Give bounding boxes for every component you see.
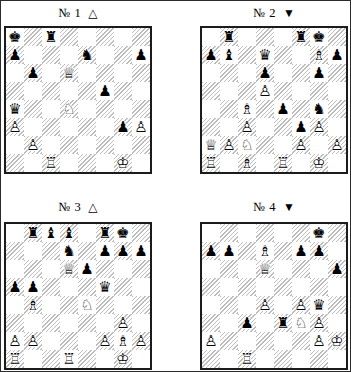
square-h1 xyxy=(328,154,346,172)
piece-outline: ♙ xyxy=(312,332,325,350)
square-g1: ♚♔ xyxy=(114,350,132,368)
square-g6 xyxy=(114,64,132,82)
square-g3: ♟♙ xyxy=(310,314,328,332)
piece-outline: ♖ xyxy=(44,154,57,172)
piece-outline: ♙ xyxy=(116,314,129,332)
square-b6: ♟ xyxy=(24,64,42,82)
square-b4 xyxy=(220,296,238,314)
square-d6: ♟ xyxy=(256,64,274,82)
square-f6 xyxy=(96,64,114,82)
square-g5 xyxy=(310,82,328,100)
black-pawn: ♟ xyxy=(6,46,24,64)
white-pawn: ♟♙ xyxy=(256,82,274,100)
black-knight: ♞ xyxy=(78,46,96,64)
piece-outline: ♘ xyxy=(294,314,307,332)
square-g3: ♟ xyxy=(114,118,132,136)
piece-outline: ♔ xyxy=(330,332,343,350)
square-c4 xyxy=(42,296,60,314)
white-pawn: ♟♙ xyxy=(310,314,328,332)
square-a3 xyxy=(202,314,220,332)
piece-outline: ♙ xyxy=(8,332,21,350)
square-f1 xyxy=(292,350,310,368)
square-g4: ♛ xyxy=(310,296,328,314)
white-bishop: ♝♗ xyxy=(238,154,256,172)
square-h6 xyxy=(132,64,150,82)
square-f5: ♟ xyxy=(96,82,114,100)
square-e7 xyxy=(274,242,292,260)
puzzle-4-label: № 4 xyxy=(253,200,276,214)
white-queen: ♛♕ xyxy=(60,64,78,82)
black-rook: ♜ xyxy=(274,314,292,332)
square-a7 xyxy=(6,242,24,260)
square-h2: ♟♙ xyxy=(328,136,346,154)
square-a6 xyxy=(202,64,220,82)
white-king: ♚♔ xyxy=(310,154,328,172)
square-d2 xyxy=(60,332,78,350)
square-a7: ♟ xyxy=(6,46,24,64)
square-e2 xyxy=(78,136,96,154)
black-queen: ♛ xyxy=(256,46,274,64)
square-d8 xyxy=(256,224,274,242)
square-c6 xyxy=(238,64,256,82)
puzzle-row-top: № 1△ ♚♜♟♞♟♟♛♕♟♛♞♘♟♙♟♟♙♟♙♜♖♚♔ № 2▼ ♜♜♚♟♝♛… xyxy=(1,1,350,174)
piece-outline: ♙ xyxy=(26,136,39,154)
square-f4 xyxy=(292,100,310,118)
square-b5 xyxy=(220,82,238,100)
square-e7 xyxy=(78,242,96,260)
square-a8 xyxy=(202,224,220,242)
puzzle-1-label: № 1 xyxy=(58,6,81,20)
square-d2 xyxy=(60,136,78,154)
square-h5 xyxy=(132,82,150,100)
square-d5 xyxy=(256,278,274,296)
square-b3 xyxy=(220,118,238,136)
square-f2 xyxy=(96,136,114,154)
white-pawn: ♟♙ xyxy=(292,296,310,314)
piece-outline: ♖ xyxy=(204,154,217,172)
square-c1: ♜♖ xyxy=(42,154,60,172)
piece-outline: ♙ xyxy=(258,82,271,100)
black-pawn: ♟ xyxy=(202,242,220,260)
black-pawn: ♟ xyxy=(256,64,274,82)
square-b3 xyxy=(24,118,42,136)
white-rook: ♜♖ xyxy=(6,350,24,368)
piece-outline: ♕ xyxy=(62,260,75,278)
square-c4: ♝♗ xyxy=(238,100,256,118)
square-d4 xyxy=(60,296,78,314)
square-e3: ♜ xyxy=(274,314,292,332)
square-f3: ♟ xyxy=(292,118,310,136)
square-e4: ♞♘ xyxy=(78,296,96,314)
square-h5 xyxy=(132,278,150,296)
square-e7: ♞ xyxy=(78,46,96,64)
white-rook: ♜♖ xyxy=(238,350,256,368)
square-h8 xyxy=(132,224,150,242)
square-f2: ♟♙ xyxy=(292,136,310,154)
square-f1 xyxy=(292,154,310,172)
black-pawn: ♟ xyxy=(328,46,346,64)
square-h1 xyxy=(328,350,346,368)
black-pawn: ♟ xyxy=(78,260,96,278)
square-c7 xyxy=(42,242,60,260)
white-pawn: ♟♙ xyxy=(114,314,132,332)
black-knight: ♞ xyxy=(60,242,78,260)
black-rook: ♜ xyxy=(42,28,60,46)
square-a4 xyxy=(202,100,220,118)
square-d8 xyxy=(60,28,78,46)
piece-outline: ♙ xyxy=(8,118,21,136)
puzzle-4: № 4▼ ♚♟♟♝♗♟♟♛♕♟♟♙♟♙♛♟♜♞♘♟♙♟♙♟♙♚♔♜♖ xyxy=(200,174,348,370)
puzzle-sheet: № 1△ ♚♜♟♞♟♟♛♕♟♛♞♘♟♙♟♟♙♟♙♜♖♚♔ № 2▼ ♜♜♚♟♝♛… xyxy=(0,0,351,372)
square-a8 xyxy=(6,224,24,242)
white-bishop: ♝♗ xyxy=(238,100,256,118)
square-b5: ♟ xyxy=(24,278,42,296)
square-g7: ♝♗ xyxy=(310,46,328,64)
piece-outline: ♘ xyxy=(62,100,75,118)
square-e6 xyxy=(78,64,96,82)
square-d4: ♟♙ xyxy=(256,296,274,314)
square-h8 xyxy=(328,28,346,46)
square-h6 xyxy=(328,64,346,82)
square-b7 xyxy=(24,46,42,64)
puzzle-2: № 2▼ ♜♜♚♟♝♛♝♗♟♟♟♟♙♝♗♟♞♟♙♟♟♙♛♕♟♙♞♘♟♙♟♙♜♖♝… xyxy=(200,1,348,174)
square-e1 xyxy=(274,350,292,368)
square-d3 xyxy=(60,118,78,136)
square-g6 xyxy=(114,260,132,278)
square-c4 xyxy=(238,296,256,314)
square-d4: ♞♘ xyxy=(60,100,78,118)
square-a3: ♟♙ xyxy=(6,118,24,136)
white-pawn: ♟♙ xyxy=(202,332,220,350)
square-b2: ♟♙ xyxy=(24,136,42,154)
black-pawn: ♟ xyxy=(96,82,114,100)
square-a6 xyxy=(202,260,220,278)
black-pawn: ♟ xyxy=(24,278,42,296)
chess-board-4: ♚♟♟♝♗♟♟♛♕♟♟♙♟♙♛♟♜♞♘♟♙♟♙♟♙♚♔♜♖ xyxy=(200,222,348,370)
square-f8 xyxy=(292,224,310,242)
square-f2 xyxy=(292,332,310,350)
black-queen: ♛ xyxy=(96,278,114,296)
black-pawn: ♟ xyxy=(114,242,132,260)
square-b8 xyxy=(220,224,238,242)
square-f5 xyxy=(292,278,310,296)
white-bishop: ♝♗ xyxy=(310,46,328,64)
square-c8: ♜ xyxy=(42,28,60,46)
square-g3: ♟♙ xyxy=(310,118,328,136)
square-c2 xyxy=(42,332,60,350)
white-pawn: ♟♙ xyxy=(132,332,150,350)
square-h5 xyxy=(328,82,346,100)
square-h2 xyxy=(132,136,150,154)
piece-outline: ♙ xyxy=(26,332,39,350)
white-pawn: ♟♙ xyxy=(310,332,328,350)
square-b4 xyxy=(220,100,238,118)
square-g1 xyxy=(310,350,328,368)
square-e3 xyxy=(78,118,96,136)
square-f8: ♜ xyxy=(292,28,310,46)
square-a2: ♟♙ xyxy=(6,332,24,350)
square-c3 xyxy=(42,314,60,332)
white-king: ♚♔ xyxy=(114,350,132,368)
square-a3 xyxy=(202,118,220,136)
square-e8 xyxy=(78,28,96,46)
piece-outline: ♙ xyxy=(312,314,325,332)
square-d1 xyxy=(256,350,274,368)
white-pawn: ♟♙ xyxy=(6,332,24,350)
square-f1 xyxy=(96,350,114,368)
black-pawn: ♟ xyxy=(310,242,328,260)
black-king: ♚ xyxy=(6,28,24,46)
square-g3: ♟♙ xyxy=(114,314,132,332)
square-f6 xyxy=(292,64,310,82)
black-pawn: ♟ xyxy=(328,260,346,278)
white-rook: ♜♖ xyxy=(60,350,78,368)
square-h3 xyxy=(328,118,346,136)
square-d5: ♟♙ xyxy=(256,82,274,100)
square-c6 xyxy=(42,64,60,82)
square-d3 xyxy=(60,314,78,332)
square-c5 xyxy=(42,82,60,100)
square-h4 xyxy=(328,100,346,118)
square-h7: ♟ xyxy=(132,242,150,260)
square-b7: ♝ xyxy=(220,46,238,64)
square-e1 xyxy=(78,350,96,368)
piece-outline: ♙ xyxy=(294,136,307,154)
piece-outline: ♗ xyxy=(258,242,271,260)
square-e7 xyxy=(274,46,292,64)
puzzle-3-header: № 3△ xyxy=(58,200,97,215)
black-knight: ♞ xyxy=(310,100,328,118)
white-queen: ♛♕ xyxy=(60,260,78,278)
square-c2 xyxy=(42,136,60,154)
white-rook: ♜♖ xyxy=(42,154,60,172)
square-a7: ♟ xyxy=(202,46,220,64)
square-b3 xyxy=(220,314,238,332)
square-f5: ♛ xyxy=(96,278,114,296)
chess-board-1: ♚♜♟♞♟♟♛♕♟♛♞♘♟♙♟♟♙♟♙♜♖♚♔ xyxy=(4,26,152,174)
square-b5 xyxy=(24,82,42,100)
square-g6: ♟ xyxy=(310,64,328,82)
puzzle-1-header: № 1△ xyxy=(58,6,97,21)
square-b8 xyxy=(24,28,42,46)
square-c8 xyxy=(238,28,256,46)
square-g5 xyxy=(114,82,132,100)
square-d7: ♝♗ xyxy=(256,242,274,260)
black-pawn: ♟ xyxy=(238,314,256,332)
square-g4: ♞ xyxy=(310,100,328,118)
square-e2 xyxy=(78,332,96,350)
square-d7 xyxy=(60,46,78,64)
square-a5: ♟ xyxy=(6,278,24,296)
square-c1: ♜♖ xyxy=(238,350,256,368)
puzzle-2-header: № 2▼ xyxy=(253,6,295,21)
square-e4 xyxy=(274,296,292,314)
square-a7: ♟ xyxy=(202,242,220,260)
square-e1 xyxy=(78,154,96,172)
square-c7 xyxy=(42,46,60,64)
piece-outline: ♙ xyxy=(294,296,307,314)
square-c8 xyxy=(238,224,256,242)
puzzle-1: № 1△ ♚♜♟♞♟♟♛♕♟♛♞♘♟♙♟♟♙♟♙♜♖♚♔ xyxy=(4,1,152,174)
piece-outline: ♙ xyxy=(134,118,147,136)
black-king: ♚ xyxy=(114,224,132,242)
black-pawn: ♟ xyxy=(96,242,114,260)
square-g5 xyxy=(310,278,328,296)
square-d6: ♛♕ xyxy=(60,64,78,82)
square-e2 xyxy=(274,332,292,350)
square-h4 xyxy=(132,296,150,314)
white-rook: ♜♖ xyxy=(274,154,292,172)
square-g4 xyxy=(114,296,132,314)
square-b2 xyxy=(220,332,238,350)
piece-outline: ♙ xyxy=(134,332,147,350)
piece-outline: ♖ xyxy=(8,350,21,368)
square-h1 xyxy=(132,154,150,172)
square-d1: ♜♖ xyxy=(60,350,78,368)
square-f6 xyxy=(292,260,310,278)
white-king: ♚♔ xyxy=(114,154,132,172)
white-bishop: ♝♗ xyxy=(24,296,42,314)
square-a5 xyxy=(202,278,220,296)
white-pawn: ♟♙ xyxy=(96,332,114,350)
piece-outline: ♘ xyxy=(240,136,253,154)
square-b1 xyxy=(24,154,42,172)
square-g7: ♟ xyxy=(114,242,132,260)
square-c8: ♝ xyxy=(42,224,60,242)
square-d3 xyxy=(256,118,274,136)
square-h3 xyxy=(328,314,346,332)
black-pawn: ♟ xyxy=(24,64,42,82)
square-h7: ♟ xyxy=(328,46,346,64)
square-f1 xyxy=(96,154,114,172)
piece-outline: ♕ xyxy=(62,64,75,82)
square-b4: ♝♗ xyxy=(24,296,42,314)
piece-outline: ♖ xyxy=(240,350,253,368)
square-b2: ♟♙ xyxy=(220,136,238,154)
black-pawn: ♟ xyxy=(310,64,328,82)
piece-outline: ♙ xyxy=(204,332,217,350)
square-g8: ♚ xyxy=(310,28,328,46)
square-e8 xyxy=(78,224,96,242)
black-bishop: ♝ xyxy=(60,224,78,242)
black-queen: ♛ xyxy=(6,100,24,118)
puzzle-4-header: № 4▼ xyxy=(253,200,295,215)
square-h4 xyxy=(132,100,150,118)
square-e5 xyxy=(274,278,292,296)
square-b7: ♟ xyxy=(220,242,238,260)
square-c1: ♝♗ xyxy=(238,154,256,172)
piece-outline: ♗ xyxy=(240,154,253,172)
square-h5 xyxy=(328,278,346,296)
black-rook: ♜ xyxy=(24,224,42,242)
square-e4: ♟ xyxy=(274,100,292,118)
white-knight: ♞♘ xyxy=(238,136,256,154)
square-d3 xyxy=(256,314,274,332)
square-d7: ♞ xyxy=(60,242,78,260)
square-b2: ♟♙ xyxy=(24,332,42,350)
square-c1 xyxy=(42,350,60,368)
square-h4 xyxy=(328,296,346,314)
puzzle-3-label: № 3 xyxy=(58,200,81,214)
white-pawn: ♟♙ xyxy=(238,118,256,136)
square-b8: ♜ xyxy=(24,224,42,242)
black-pawn: ♟ xyxy=(292,242,310,260)
square-g6 xyxy=(310,260,328,278)
square-f8 xyxy=(96,28,114,46)
piece-outline: ♔ xyxy=(116,350,129,368)
square-a1 xyxy=(6,154,24,172)
square-e2 xyxy=(274,136,292,154)
square-f3 xyxy=(96,314,114,332)
square-g2 xyxy=(310,136,328,154)
square-d8 xyxy=(256,28,274,46)
square-f3: ♞♘ xyxy=(292,314,310,332)
black-king: ♚ xyxy=(310,28,328,46)
white-pawn: ♟♙ xyxy=(256,296,274,314)
square-e3 xyxy=(78,314,96,332)
black-bishop: ♝ xyxy=(42,224,60,242)
square-e6: ♟ xyxy=(78,260,96,278)
square-a5 xyxy=(202,82,220,100)
square-h6 xyxy=(132,260,150,278)
piece-outline: ♘ xyxy=(80,296,93,314)
square-b1 xyxy=(24,350,42,368)
square-a4 xyxy=(6,296,24,314)
square-e5 xyxy=(78,278,96,296)
square-b8: ♜ xyxy=(220,28,238,46)
square-g8 xyxy=(114,28,132,46)
square-h7: ♟ xyxy=(132,46,150,64)
black-to-move-icon: ▼ xyxy=(283,6,295,20)
square-d1 xyxy=(256,154,274,172)
square-a1: ♜♖ xyxy=(202,154,220,172)
square-e5 xyxy=(274,82,292,100)
piece-outline: ♙ xyxy=(98,332,111,350)
black-pawn: ♟ xyxy=(132,46,150,64)
white-bishop: ♝♗ xyxy=(114,332,132,350)
square-e3 xyxy=(274,118,292,136)
square-c7 xyxy=(238,46,256,64)
black-pawn: ♟ xyxy=(6,278,24,296)
square-h8 xyxy=(328,224,346,242)
square-a8 xyxy=(202,28,220,46)
square-d2 xyxy=(256,136,274,154)
square-d7: ♛ xyxy=(256,46,274,64)
square-c7 xyxy=(238,242,256,260)
square-a2: ♟♙ xyxy=(202,332,220,350)
square-e5 xyxy=(78,82,96,100)
piece-outline: ♙ xyxy=(330,136,343,154)
square-c2 xyxy=(238,332,256,350)
chess-board-3: ♜♝♝♜♚♞♟♟♟♛♕♟♟♟♛♝♗♞♘♟♙♟♙♟♙♟♙♝♗♟♙♜♖♜♖♚♔ xyxy=(4,222,152,370)
square-b7 xyxy=(24,242,42,260)
piece-outline: ♗ xyxy=(240,100,253,118)
square-h1 xyxy=(132,350,150,368)
square-b6 xyxy=(24,260,42,278)
black-pawn: ♟ xyxy=(274,100,292,118)
square-a2: ♛♕ xyxy=(202,136,220,154)
square-h3 xyxy=(132,314,150,332)
square-h7 xyxy=(328,242,346,260)
square-g1: ♚♔ xyxy=(310,154,328,172)
square-g2: ♟♙ xyxy=(310,332,328,350)
black-pawn: ♟ xyxy=(292,118,310,136)
piece-outline: ♕ xyxy=(258,260,271,278)
square-f4 xyxy=(96,296,114,314)
square-f3 xyxy=(96,118,114,136)
square-a6 xyxy=(6,64,24,82)
chess-board-2: ♜♜♚♟♝♛♝♗♟♟♟♟♙♝♗♟♞♟♙♟♟♙♛♕♟♙♞♘♟♙♟♙♜♖♝♗♜♖♚♔ xyxy=(200,26,348,174)
